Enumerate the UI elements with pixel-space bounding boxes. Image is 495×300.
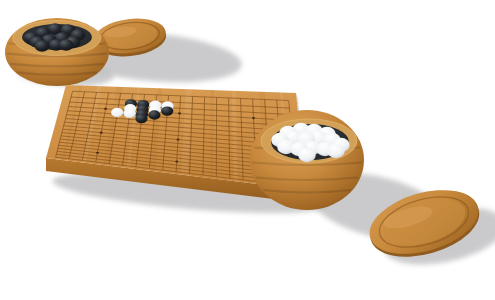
go-scene-svg bbox=[0, 0, 495, 300]
hoshi-point bbox=[175, 160, 178, 162]
black-stone bbox=[135, 114, 147, 123]
bowl-black-stone bbox=[35, 40, 50, 52]
white-stone bbox=[124, 109, 136, 118]
bowl-black-stone bbox=[59, 39, 74, 51]
hoshi-point bbox=[178, 112, 181, 114]
black-stone-bowl bbox=[5, 18, 109, 86]
bowl-white-stone bbox=[327, 144, 345, 158]
hoshi-point bbox=[96, 152, 99, 154]
white-stone bbox=[111, 108, 123, 117]
hoshi-point bbox=[100, 132, 103, 134]
hoshi-point bbox=[177, 138, 180, 140]
black-stone bbox=[148, 110, 160, 119]
bowl-white-stone bbox=[298, 148, 316, 162]
go-set-scene bbox=[0, 0, 495, 300]
hoshi-point bbox=[104, 108, 107, 110]
black-stone bbox=[161, 106, 173, 115]
hoshi-point bbox=[252, 117, 255, 119]
white-stone-bowl bbox=[250, 110, 364, 210]
